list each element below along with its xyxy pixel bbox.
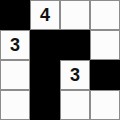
cell-r1c0[interactable]: 3 [0, 30, 30, 60]
cell-r3c1[interactable] [30, 90, 60, 120]
cell-r2c2[interactable]: 3 [60, 60, 90, 90]
cell-r3c3[interactable] [90, 90, 120, 120]
puzzle-board: 433 [0, 0, 120, 120]
cell-r2c1[interactable] [30, 60, 60, 90]
cell-r1c1[interactable] [30, 30, 60, 60]
cell-r1c3[interactable] [90, 30, 120, 60]
cell-r3c2[interactable] [60, 90, 90, 120]
cell-r2c3[interactable] [90, 60, 120, 90]
cell-r1c2[interactable] [60, 30, 90, 60]
cell-r0c0[interactable] [0, 0, 30, 30]
cell-r0c2[interactable] [60, 0, 90, 30]
cell-r0c1[interactable]: 4 [30, 0, 60, 30]
cell-r2c0[interactable] [0, 60, 30, 90]
cell-r3c0[interactable] [0, 90, 30, 120]
cell-r0c3[interactable] [90, 0, 120, 30]
